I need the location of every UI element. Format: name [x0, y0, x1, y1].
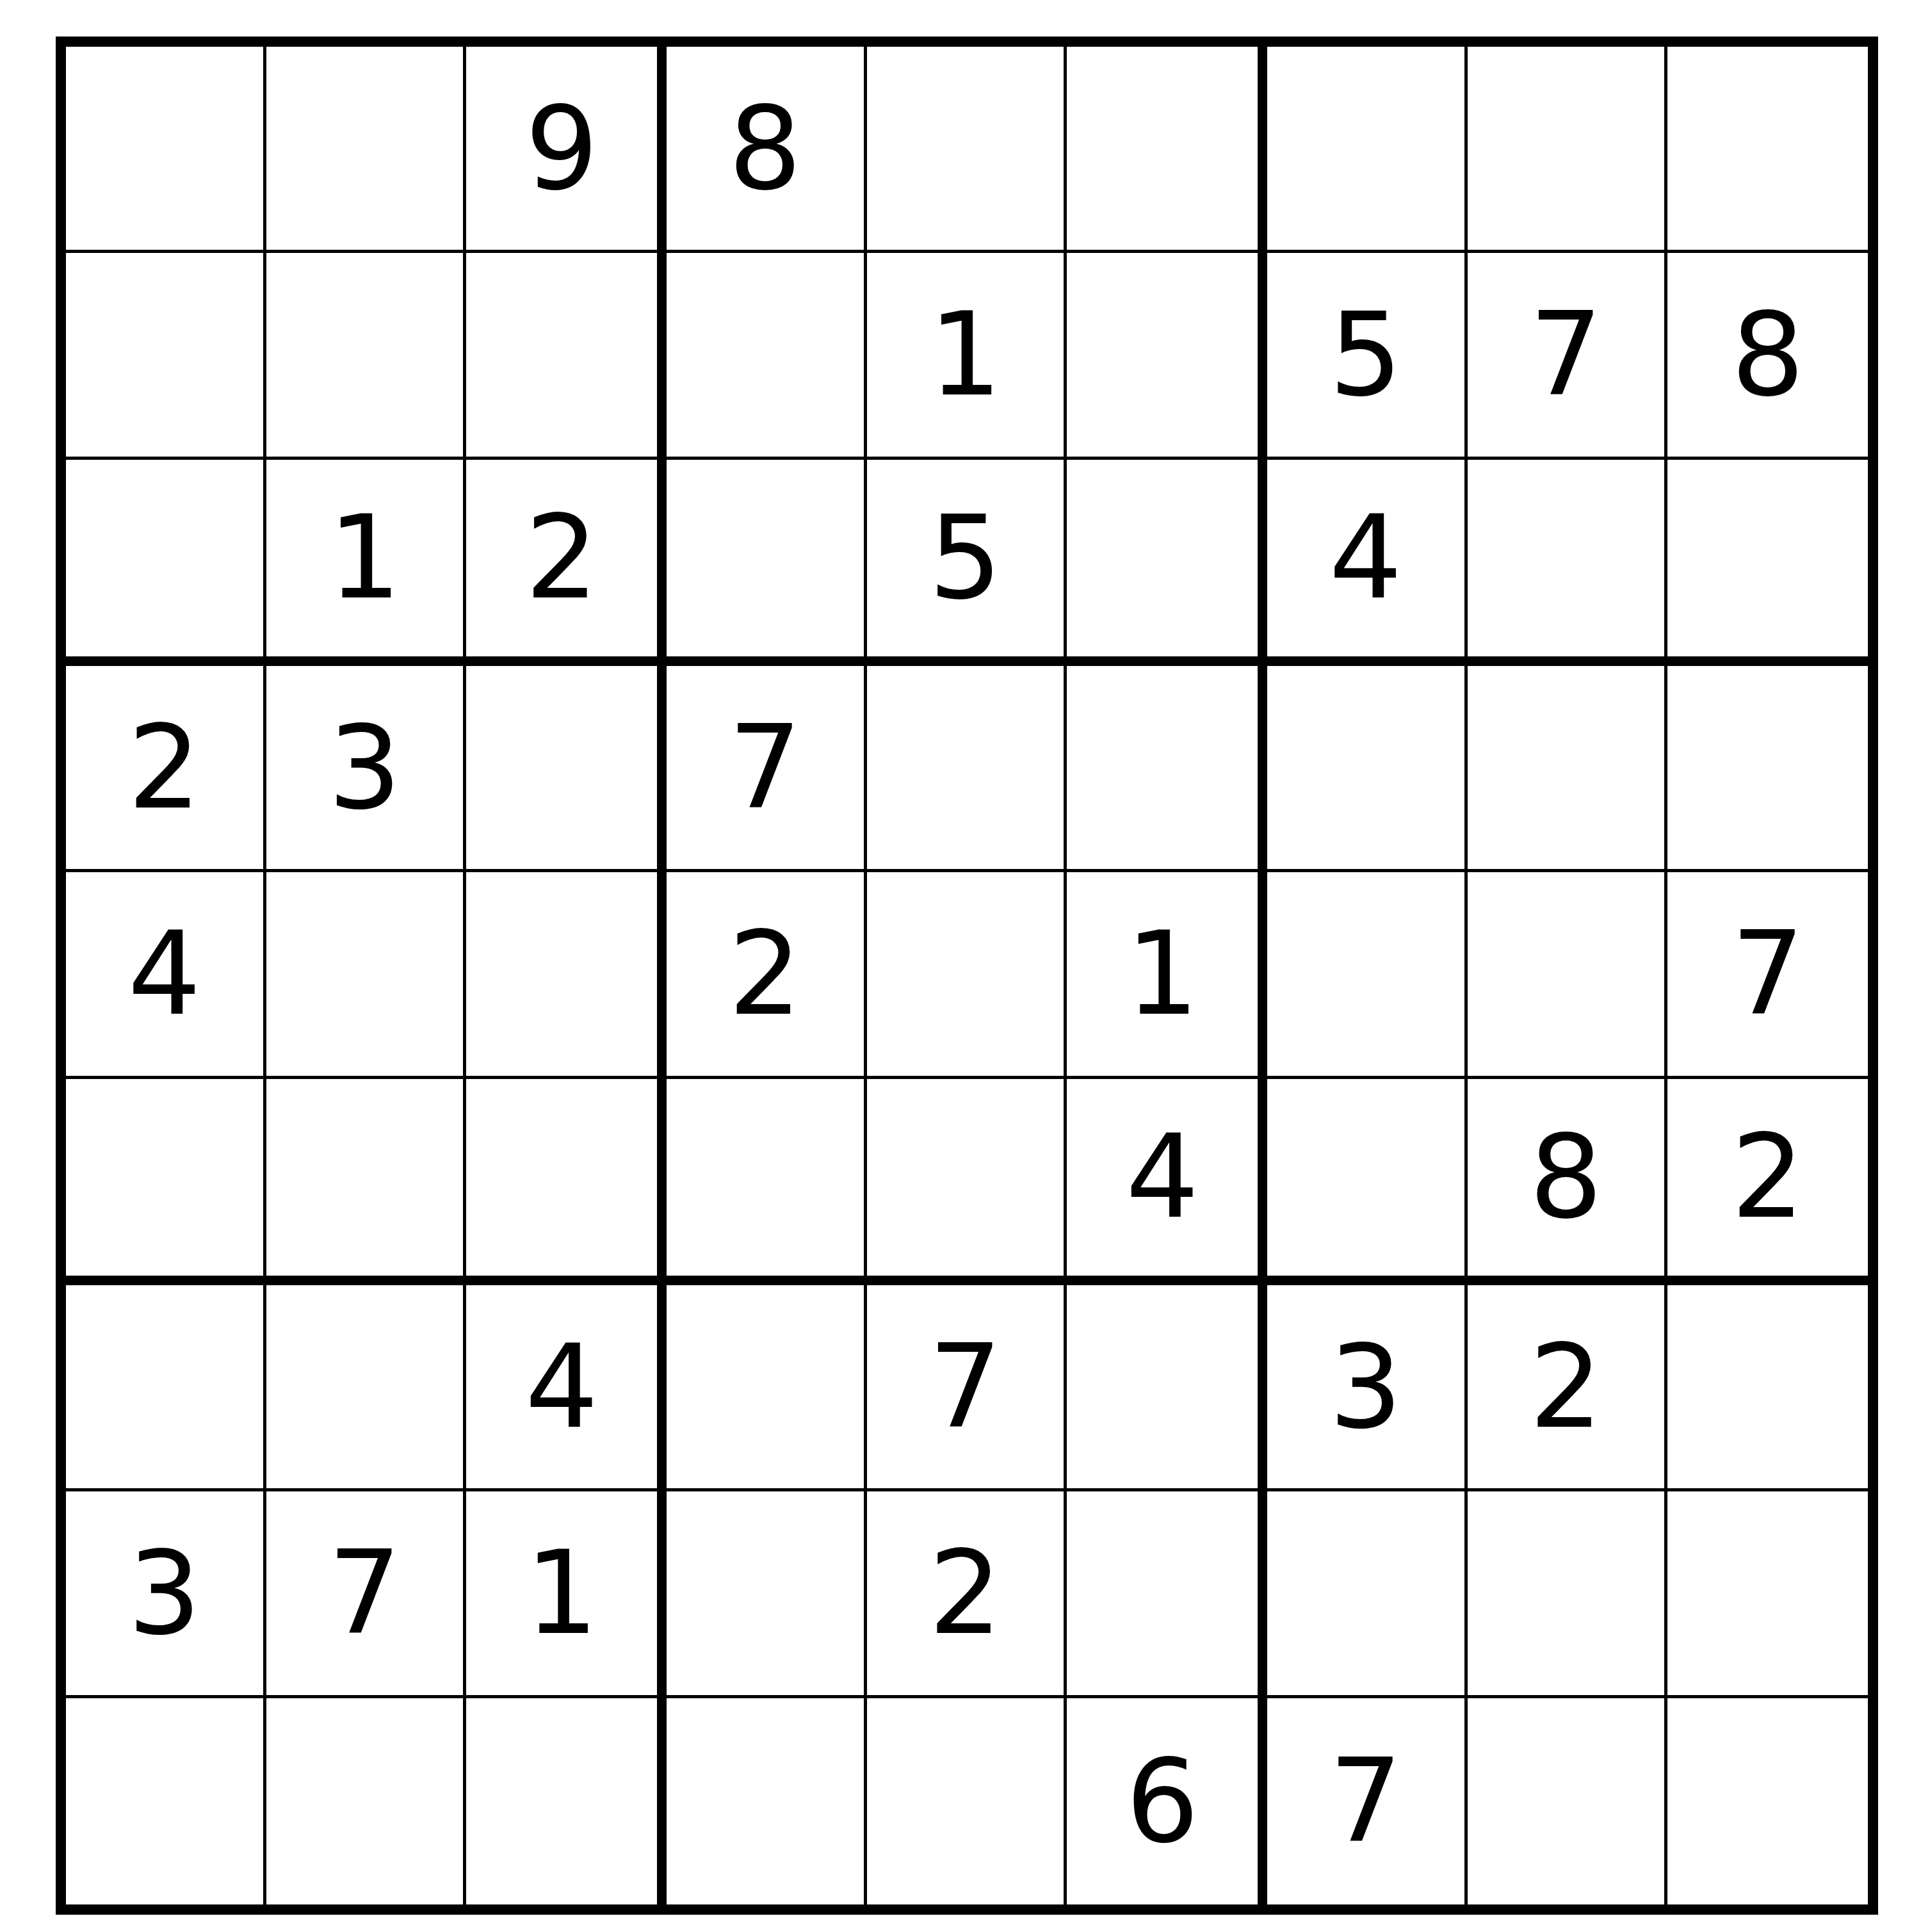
cell-r2c3[interactable] [466, 253, 667, 459]
cell-r7c4[interactable] [667, 1285, 867, 1491]
cell-r2c4[interactable] [667, 253, 867, 459]
cell-r3c3[interactable]: 2 [466, 460, 667, 666]
cell-r3c4[interactable] [667, 460, 867, 666]
cell-r6c1[interactable] [66, 1079, 266, 1285]
cell-r5c5[interactable] [867, 872, 1067, 1078]
cell-r4c8[interactable] [1468, 666, 1668, 872]
cell-r6c6[interactable]: 4 [1067, 1079, 1267, 1285]
cell-r9c8[interactable] [1468, 1698, 1668, 1904]
cell-r7c3[interactable]: 4 [466, 1285, 667, 1491]
cell-r8c4[interactable] [667, 1491, 867, 1698]
cell-r9c5[interactable] [867, 1698, 1067, 1904]
cell-r9c1[interactable] [66, 1698, 266, 1904]
cell-r1c5[interactable] [867, 47, 1067, 253]
cell-r5c7[interactable] [1267, 872, 1468, 1078]
cell-r3c8[interactable] [1468, 460, 1668, 666]
cell-r5c1[interactable]: 4 [66, 872, 266, 1078]
cell-r8c7[interactable] [1267, 1491, 1468, 1698]
cell-r7c8[interactable]: 2 [1468, 1285, 1668, 1491]
cell-r8c3[interactable]: 1 [466, 1491, 667, 1698]
cell-r1c6[interactable] [1067, 47, 1267, 253]
cell-r5c3[interactable] [466, 872, 667, 1078]
cell-r4c5[interactable] [867, 666, 1067, 872]
cell-r3c9[interactable] [1667, 460, 1868, 666]
cell-r6c5[interactable] [867, 1079, 1067, 1285]
cell-r2c8[interactable]: 7 [1468, 253, 1668, 459]
cell-r5c4[interactable]: 2 [667, 872, 867, 1078]
cell-r4c4[interactable]: 7 [667, 666, 867, 872]
cell-r8c9[interactable] [1667, 1491, 1868, 1698]
cell-r9c2[interactable] [266, 1698, 467, 1904]
sudoku-board: 981578125423742174824732371267 [56, 37, 1878, 1915]
cell-r8c5[interactable]: 2 [867, 1491, 1067, 1698]
cell-r5c6[interactable]: 1 [1067, 872, 1267, 1078]
cell-r3c2[interactable]: 1 [266, 460, 467, 666]
cell-r4c6[interactable] [1067, 666, 1267, 872]
cell-r4c9[interactable] [1667, 666, 1868, 872]
cell-r6c4[interactable] [667, 1079, 867, 1285]
cell-r9c7[interactable]: 7 [1267, 1698, 1468, 1904]
cell-r4c7[interactable] [1267, 666, 1468, 872]
cell-r7c9[interactable] [1667, 1285, 1868, 1491]
cell-r3c5[interactable]: 5 [867, 460, 1067, 666]
cell-r6c3[interactable] [466, 1079, 667, 1285]
cell-r3c7[interactable]: 4 [1267, 460, 1468, 666]
cell-r9c4[interactable] [667, 1698, 867, 1904]
cell-r2c5[interactable]: 1 [867, 253, 1067, 459]
cell-r7c2[interactable] [266, 1285, 467, 1491]
cell-r3c6[interactable] [1067, 460, 1267, 666]
cell-r9c6[interactable]: 6 [1067, 1698, 1267, 1904]
cell-r2c9[interactable]: 8 [1667, 253, 1868, 459]
cell-r5c9[interactable]: 7 [1667, 872, 1868, 1078]
cell-r1c8[interactable] [1468, 47, 1668, 253]
cell-r1c2[interactable] [266, 47, 467, 253]
cell-r7c7[interactable]: 3 [1267, 1285, 1468, 1491]
cell-r1c4[interactable]: 8 [667, 47, 867, 253]
cell-r4c3[interactable] [466, 666, 667, 872]
cell-r8c8[interactable] [1468, 1491, 1668, 1698]
cell-r3c1[interactable] [66, 460, 266, 666]
cell-r5c8[interactable] [1468, 872, 1668, 1078]
cell-r1c3[interactable]: 9 [466, 47, 667, 253]
cell-r4c2[interactable]: 3 [266, 666, 467, 872]
cell-r5c2[interactable] [266, 872, 467, 1078]
cell-r7c5[interactable]: 7 [867, 1285, 1067, 1491]
cell-r8c1[interactable]: 3 [66, 1491, 266, 1698]
cell-r4c1[interactable]: 2 [66, 666, 266, 872]
cell-r1c1[interactable] [66, 47, 266, 253]
cell-r9c9[interactable] [1667, 1698, 1868, 1904]
cell-r7c1[interactable] [66, 1285, 266, 1491]
cell-r9c3[interactable] [466, 1698, 667, 1904]
cell-r2c7[interactable]: 5 [1267, 253, 1468, 459]
cell-r1c7[interactable] [1267, 47, 1468, 253]
cell-r2c6[interactable] [1067, 253, 1267, 459]
cell-r6c9[interactable]: 2 [1667, 1079, 1868, 1285]
cell-r6c8[interactable]: 8 [1468, 1079, 1668, 1285]
cell-r6c2[interactable] [266, 1079, 467, 1285]
cell-r2c2[interactable] [266, 253, 467, 459]
cell-r8c6[interactable] [1067, 1491, 1267, 1698]
cell-r1c9[interactable] [1667, 47, 1868, 253]
cell-r2c1[interactable] [66, 253, 266, 459]
cell-r8c2[interactable]: 7 [266, 1491, 467, 1698]
cell-r6c7[interactable] [1267, 1079, 1468, 1285]
cell-r7c6[interactable] [1067, 1285, 1267, 1491]
